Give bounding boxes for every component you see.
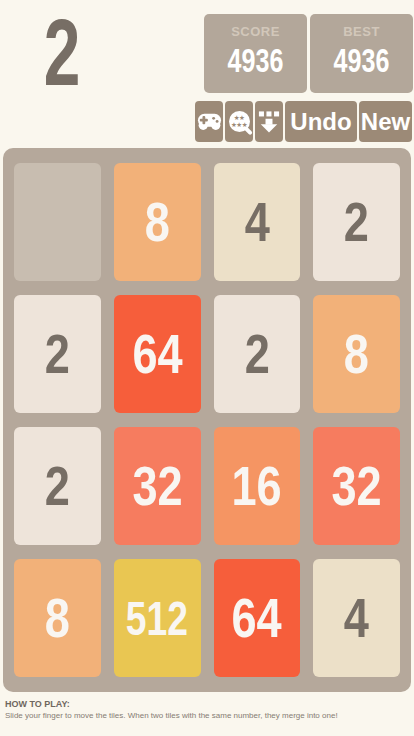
tile-r2c3-2: 2 <box>214 295 301 413</box>
gamepad-icon <box>197 111 222 132</box>
instructions: HOW TO PLAY: Slide your finger to move t… <box>5 699 410 721</box>
tile-number: 4 <box>244 190 269 254</box>
tile-number: 64 <box>132 322 182 386</box>
app-title: 2 <box>27 3 97 103</box>
tile-r4c1-8: 8 <box>14 559 101 677</box>
2048-app: 2 SCORE 4936 BEST 4936 ★★ ★★★ <box>0 0 414 736</box>
tile-number: 4 <box>344 586 369 650</box>
tile-r1c2-8: 8 <box>114 163 201 281</box>
tile-number: 2 <box>45 322 70 386</box>
game-board[interactable]: 8422642823216328512644 <box>3 148 411 692</box>
undo-button[interactable]: Undo <box>285 101 357 142</box>
score-value: 4936 <box>216 42 294 80</box>
instructions-body: Slide your finger to move the tiles. Whe… <box>5 710 410 721</box>
star-row: ★★★ <box>231 122 247 129</box>
tile-number: 8 <box>145 190 170 254</box>
empty-cell-r1c1 <box>14 163 101 281</box>
tile-r3c2-32: 32 <box>114 427 201 545</box>
tile-r4c2-512: 512 <box>114 559 201 677</box>
tile-r3c4-32: 32 <box>313 427 400 545</box>
tile-r3c1-2: 2 <box>14 427 101 545</box>
tile-r1c4-2: 2 <box>313 163 400 281</box>
tile-number: 2 <box>344 190 369 254</box>
tile-number: 8 <box>45 586 70 650</box>
tile-number: 2 <box>45 454 70 518</box>
best-value: 4936 <box>322 42 400 80</box>
best-label: BEST <box>310 24 413 39</box>
instructions-heading: HOW TO PLAY: <box>5 699 410 710</box>
score-box: SCORE 4936 <box>204 14 307 93</box>
tile-r1c3-4: 4 <box>214 163 301 281</box>
more-games-button[interactable] <box>195 101 223 142</box>
tile-r2c2-64: 64 <box>114 295 201 413</box>
toolbar: ★★ ★★★ Undo New <box>195 101 412 142</box>
tile-r3c3-16: 16 <box>214 427 301 545</box>
download-button[interactable] <box>255 101 283 142</box>
download-icon <box>258 110 280 133</box>
score-label: SCORE <box>204 24 307 39</box>
tile-number: 32 <box>132 454 182 518</box>
tile-number: 32 <box>332 454 382 518</box>
tile-number: 2 <box>244 322 269 386</box>
rate-app-button[interactable]: ★★ ★★★ <box>225 101 253 142</box>
tile-r2c1-2: 2 <box>14 295 101 413</box>
best-box: BEST 4936 <box>310 14 413 93</box>
new-game-button[interactable]: New <box>359 101 412 142</box>
tile-number: 512 <box>126 590 188 646</box>
tile-r4c4-4: 4 <box>313 559 400 677</box>
tile-r4c3-64: 64 <box>214 559 301 677</box>
tile-number: 64 <box>232 586 282 650</box>
tile-r2c4-8: 8 <box>313 295 400 413</box>
tile-number: 8 <box>344 322 369 386</box>
review-stars-icon: ★★ ★★★ <box>229 111 250 132</box>
tile-number: 16 <box>232 454 282 518</box>
